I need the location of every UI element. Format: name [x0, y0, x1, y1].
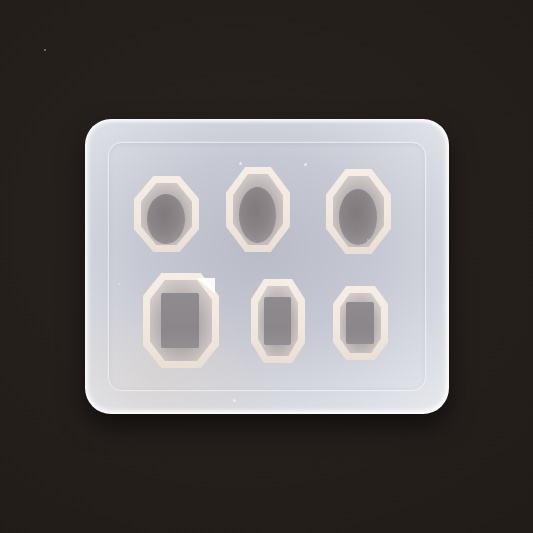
- surface-speck: [44, 49, 46, 51]
- cavity-bottom-rect: [161, 293, 199, 348]
- gem-cavity-bottom-left-rect: [143, 273, 219, 368]
- gem-cavity-top-middle-oval: [226, 167, 290, 252]
- cavity-bottom-oval: [147, 194, 185, 244]
- surface-speck: [239, 162, 242, 165]
- surface-speck: [233, 399, 236, 402]
- surface-speck: [118, 283, 120, 285]
- gem-cavity-bottom-right-rect: [333, 286, 388, 360]
- cavity-bottom-oval: [239, 187, 276, 243]
- silicone-mold: [85, 119, 449, 414]
- cavity-bottom-rect: [264, 297, 291, 346]
- surface-speck: [304, 163, 307, 166]
- cavity-bottom-rect: [346, 302, 374, 345]
- photo-backdrop: [0, 0, 533, 533]
- gem-cavity-top-left-oval: [134, 176, 199, 252]
- cavity-bottom-oval: [339, 189, 377, 245]
- gem-cavity-top-right-oval: [326, 169, 391, 254]
- surface-speck: [367, 239, 369, 241]
- gem-cavity-bottom-middle-rect: [251, 279, 305, 363]
